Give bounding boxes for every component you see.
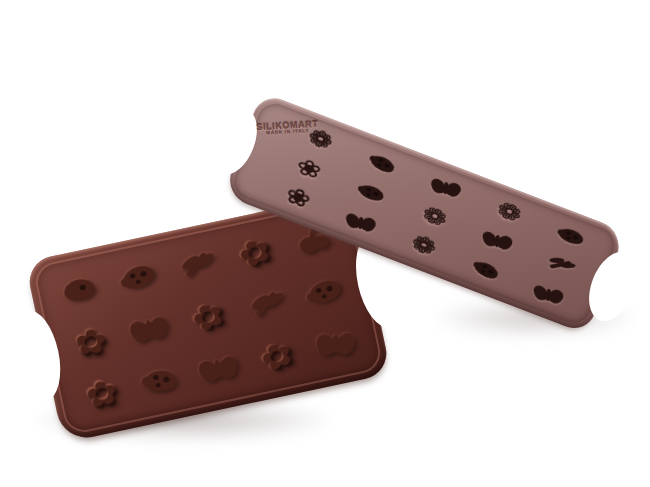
- chocolates-grid: ✿✿✿✿✿: [45, 208, 371, 426]
- butterfly-shape: [198, 353, 240, 384]
- ladybug-shape: [119, 262, 157, 293]
- flower-scalloped-shape: ❁: [408, 232, 439, 261]
- chocolate-butterfly: [301, 312, 371, 376]
- butterfly-shape: [430, 177, 461, 200]
- product-photo: ✿✿✿✿✿ SILIKOMART MADE IN ITALY ❁❁❀❁❀❁: [0, 0, 650, 487]
- egg-shape: [63, 277, 98, 303]
- ladybug-shape: [471, 259, 501, 282]
- daisy-shape: ✿: [75, 324, 107, 359]
- flower-five-shape: ❀: [282, 184, 313, 213]
- ladybug-shape: [358, 183, 386, 204]
- ladybug-shape: [144, 370, 176, 392]
- daisy-shape: ✿: [186, 295, 231, 338]
- dragonfly-shape: [542, 251, 578, 279]
- flower-scalloped-shape: ❁: [491, 197, 526, 227]
- butterfly-shape: [345, 211, 376, 234]
- flower-five-shape: ❀: [296, 155, 323, 183]
- flower-scalloped-shape: ❁: [305, 125, 336, 154]
- dragonfly-shape: [247, 290, 285, 318]
- daisy-shape: ✿: [233, 231, 278, 274]
- chocolate-daisy: ✿: [67, 361, 137, 425]
- butterfly-shape: [317, 331, 355, 357]
- daisy-shape: ✿: [255, 335, 300, 378]
- butterfly-shape: [482, 230, 513, 253]
- chocolate-butterfly: [184, 336, 254, 400]
- chocolate-daisy: ✿: [243, 324, 313, 388]
- ladybug-shape: [557, 226, 585, 247]
- dragonfly-shape: [178, 251, 216, 279]
- chocolate-ladybug: [126, 349, 196, 413]
- ladybug-shape: [306, 276, 344, 307]
- butterfly-shape: [128, 313, 170, 344]
- ladybug-shape: [368, 152, 398, 175]
- flower-scalloped-shape: ❁: [417, 202, 452, 232]
- butterfly-shape: [533, 283, 564, 306]
- daisy-shape: ✿: [83, 374, 121, 413]
- mold-left-waist-notch: [205, 103, 265, 180]
